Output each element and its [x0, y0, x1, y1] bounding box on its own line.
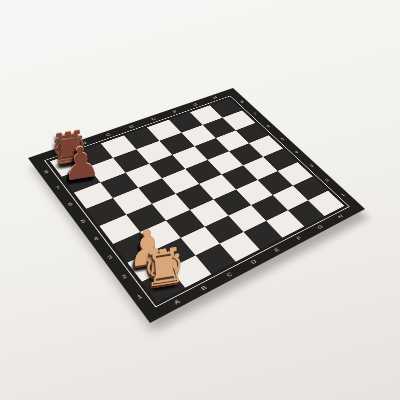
- piece-black-pawn-a7[interactable]: ♟: [60, 139, 101, 188]
- piece-white-rook-a1[interactable]: ♜: [141, 240, 187, 295]
- pieces-layer: ♜♞♝♛♚♝♞♜♟♟♟♟♟♟♟♟♟♟♟♟♟♟♟♟♜♞♝♛♚♝♞♜: [0, 0, 400, 400]
- photo-scene: AA88BB77CC66DD55EE44FF33GG22HH11 ♜♞♝♛♚♝♞…: [0, 0, 400, 400]
